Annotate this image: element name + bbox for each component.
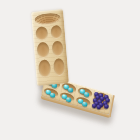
teal-stone [83, 92, 89, 98]
upper-half-pit-area [35, 25, 65, 78]
purple-stone [104, 103, 109, 109]
upper-pit-2 [50, 25, 63, 40]
store-pit-lower[interactable] [91, 91, 110, 113]
upper-pit-1 [35, 26, 48, 41]
upper-pit-6 [52, 58, 65, 77]
teal-stone [67, 87, 73, 93]
board-upper-half [31, 9, 69, 86]
mancala-product-photo: mancala [0, 0, 140, 140]
upper-pit-4 [51, 40, 64, 57]
store-pit-upper[interactable] [34, 12, 61, 25]
purple-stone [96, 105, 101, 111]
teal-stone [66, 96, 72, 102]
teal-stone [49, 92, 55, 98]
teal-stone [82, 101, 88, 107]
upper-pit-5 [38, 59, 51, 78]
upper-pit-3 [37, 42, 50, 59]
